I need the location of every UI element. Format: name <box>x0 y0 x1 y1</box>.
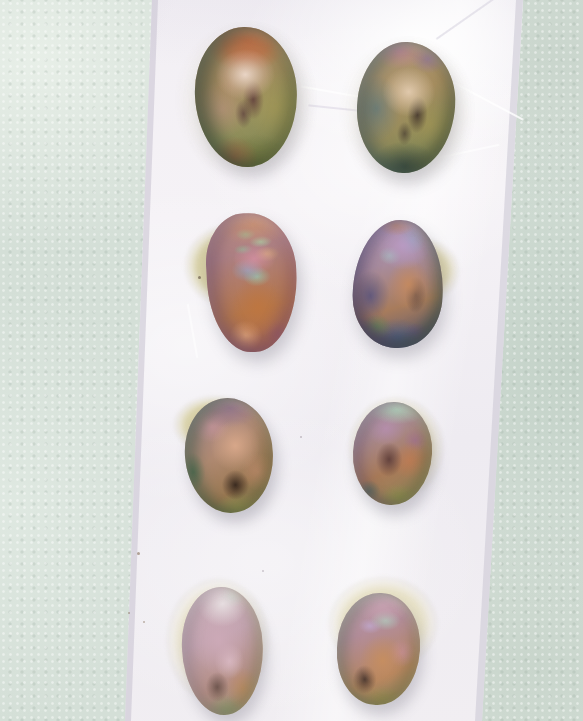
card-speck <box>143 621 145 623</box>
card-scuff-streak <box>436 0 494 40</box>
pearl-row2-left <box>203 211 300 355</box>
pearl-photo <box>0 0 583 721</box>
pearl-row2-left-rim-shading <box>203 211 300 355</box>
pearl-row2-right <box>351 218 445 349</box>
card-speck <box>128 612 130 614</box>
pearl-layer <box>0 0 583 721</box>
card-scuff-streak <box>187 304 199 359</box>
pearl-row2-right-rim-shading <box>351 218 445 349</box>
card-speck <box>198 276 201 279</box>
card-speck <box>137 552 140 555</box>
card-speck <box>300 436 302 438</box>
card-speck <box>262 570 264 572</box>
